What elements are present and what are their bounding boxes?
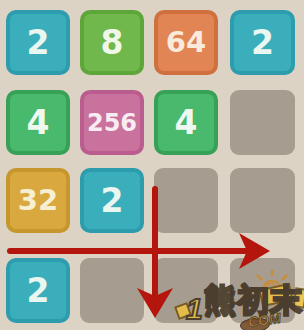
empty-cell-r4c3 [154,258,218,323]
tile-4-r2c3: 4 [154,90,218,155]
empty-cell-r3c4 [230,168,295,233]
empty-cell-r2c4 [230,90,295,155]
tile-8-r1c2: 8 [80,10,144,75]
tile-4-r2c1: 4 [6,90,70,155]
tile-32-r3c1: 32 [6,168,70,233]
game-screen: 28642425643222 1 熊初末 COM [0,0,304,330]
tile-64-r1c3: 64 [154,10,218,75]
tile-2-r1c4: 2 [230,10,295,75]
empty-cell-r3c3 [154,168,218,233]
tile-2-r3c2: 2 [80,168,144,233]
empty-cell-r4c2 [80,258,144,323]
empty-cell-r4c4 [230,258,295,323]
tile-2-r1c1: 2 [6,10,70,75]
board[interactable]: 28642425643222 [0,0,304,330]
tile-256-r2c2: 256 [80,90,144,155]
tile-2-r4c1: 2 [6,258,70,323]
